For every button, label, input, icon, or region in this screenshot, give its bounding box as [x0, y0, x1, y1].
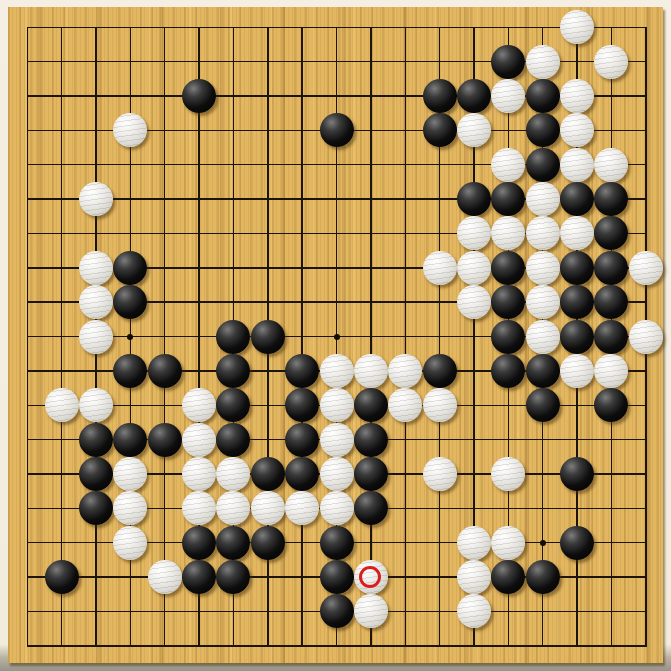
black-stone[interactable]: [251, 320, 285, 354]
black-stone[interactable]: [148, 423, 182, 457]
white-stone[interactable]: [182, 388, 216, 422]
black-stone[interactable]: [491, 320, 525, 354]
white-stone[interactable]: [251, 491, 285, 525]
white-stone[interactable]: [526, 320, 560, 354]
white-stone[interactable]: [320, 491, 354, 525]
white-stone[interactable]: [79, 285, 113, 319]
black-stone[interactable]: [526, 354, 560, 388]
white-stone[interactable]: [629, 320, 663, 354]
white-stone[interactable]: [594, 45, 628, 79]
black-stone[interactable]: [594, 182, 628, 216]
black-stone[interactable]: [216, 354, 250, 388]
white-stone[interactable]: [182, 491, 216, 525]
white-stone[interactable]: [113, 457, 147, 491]
white-stone[interactable]: [491, 148, 525, 182]
go-board[interactable]: [8, 7, 663, 663]
black-stone[interactable]: [113, 354, 147, 388]
black-stone[interactable]: [526, 560, 560, 594]
black-stone[interactable]: [251, 457, 285, 491]
white-stone[interactable]: [560, 216, 594, 250]
white-stone[interactable]: [113, 113, 147, 147]
black-stone[interactable]: [79, 423, 113, 457]
white-stone[interactable]: [320, 354, 354, 388]
white-stone[interactable]: [457, 285, 491, 319]
white-stone[interactable]: [491, 457, 525, 491]
white-stone[interactable]: [320, 457, 354, 491]
white-stone[interactable]: [79, 388, 113, 422]
black-stone[interactable]: [526, 388, 560, 422]
black-stone[interactable]: [45, 560, 79, 594]
black-stone[interactable]: [285, 354, 319, 388]
black-stone[interactable]: [113, 423, 147, 457]
white-stone[interactable]: [526, 216, 560, 250]
white-stone[interactable]: [526, 285, 560, 319]
black-stone[interactable]: [457, 182, 491, 216]
black-stone[interactable]: [320, 526, 354, 560]
black-stone[interactable]: [560, 457, 594, 491]
white-stone[interactable]: [560, 10, 594, 44]
white-stone[interactable]: [148, 560, 182, 594]
black-stone[interactable]: [423, 354, 457, 388]
black-stone[interactable]: [216, 526, 250, 560]
white-stone[interactable]: [526, 182, 560, 216]
black-stone[interactable]: [526, 79, 560, 113]
white-stone[interactable]: [457, 216, 491, 250]
black-stone[interactable]: [423, 79, 457, 113]
white-stone[interactable]: [285, 491, 319, 525]
black-stone[interactable]: [354, 457, 388, 491]
black-stone[interactable]: [182, 526, 216, 560]
white-stone[interactable]: [526, 45, 560, 79]
star-point: [540, 540, 546, 546]
black-stone[interactable]: [423, 113, 457, 147]
black-stone[interactable]: [182, 560, 216, 594]
white-stone[interactable]: [182, 457, 216, 491]
black-stone[interactable]: [148, 354, 182, 388]
white-stone[interactable]: [113, 491, 147, 525]
white-stone[interactable]: [45, 388, 79, 422]
white-stone[interactable]: [354, 354, 388, 388]
white-stone[interactable]: [457, 526, 491, 560]
black-stone[interactable]: [216, 560, 250, 594]
black-stone[interactable]: [560, 285, 594, 319]
black-stone[interactable]: [216, 388, 250, 422]
black-stone[interactable]: [320, 560, 354, 594]
last-move-marker: [359, 566, 381, 588]
white-stone[interactable]: [423, 388, 457, 422]
black-stone[interactable]: [113, 251, 147, 285]
black-stone[interactable]: [216, 423, 250, 457]
black-stone[interactable]: [354, 423, 388, 457]
black-stone[interactable]: [526, 148, 560, 182]
black-stone[interactable]: [491, 560, 525, 594]
white-stone[interactable]: [113, 526, 147, 560]
black-stone[interactable]: [251, 526, 285, 560]
white-stone[interactable]: [423, 251, 457, 285]
white-stone[interactable]: [457, 560, 491, 594]
white-stone[interactable]: [423, 457, 457, 491]
white-stone[interactable]: [457, 594, 491, 628]
black-stone[interactable]: [354, 491, 388, 525]
black-stone[interactable]: [491, 45, 525, 79]
white-stone[interactable]: [182, 423, 216, 457]
black-stone[interactable]: [79, 457, 113, 491]
white-stone[interactable]: [560, 354, 594, 388]
white-stone[interactable]: [79, 182, 113, 216]
black-stone[interactable]: [285, 457, 319, 491]
white-stone[interactable]: [491, 216, 525, 250]
black-stone[interactable]: [491, 285, 525, 319]
black-stone[interactable]: [182, 79, 216, 113]
white-stone[interactable]: [491, 526, 525, 560]
white-stone[interactable]: [629, 251, 663, 285]
black-stone[interactable]: [354, 388, 388, 422]
white-stone[interactable]: [560, 148, 594, 182]
board-gridline-vertical: [370, 27, 372, 647]
black-stone[interactable]: [491, 182, 525, 216]
black-stone[interactable]: [216, 320, 250, 354]
white-stone[interactable]: [457, 113, 491, 147]
black-stone[interactable]: [491, 354, 525, 388]
black-stone[interactable]: [79, 491, 113, 525]
white-stone[interactable]: [491, 79, 525, 113]
black-stone[interactable]: [457, 79, 491, 113]
star-point: [334, 334, 340, 340]
black-stone[interactable]: [594, 320, 628, 354]
white-stone[interactable]: [320, 388, 354, 422]
white-stone[interactable]: [79, 251, 113, 285]
black-stone[interactable]: [526, 113, 560, 147]
white-stone[interactable]: [594, 354, 628, 388]
white-stone[interactable]: [79, 320, 113, 354]
white-stone[interactable]: [594, 148, 628, 182]
white-stone[interactable]: [560, 113, 594, 147]
black-stone[interactable]: [560, 320, 594, 354]
black-stone[interactable]: [594, 216, 628, 250]
white-stone[interactable]: [216, 491, 250, 525]
black-stone[interactable]: [594, 388, 628, 422]
white-stone[interactable]: [354, 594, 388, 628]
white-stone[interactable]: [526, 251, 560, 285]
star-point: [127, 334, 133, 340]
black-stone[interactable]: [285, 388, 319, 422]
black-stone[interactable]: [285, 423, 319, 457]
black-stone[interactable]: [320, 594, 354, 628]
black-stone[interactable]: [491, 251, 525, 285]
board-gridline-vertical: [405, 27, 407, 647]
black-stone[interactable]: [594, 251, 628, 285]
go-app-window: [0, 0, 671, 671]
white-stone[interactable]: [388, 388, 422, 422]
white-stone[interactable]: [320, 423, 354, 457]
black-stone[interactable]: [320, 113, 354, 147]
white-stone[interactable]: [560, 79, 594, 113]
white-stone[interactable]: [457, 251, 491, 285]
white-stone[interactable]: [216, 457, 250, 491]
black-stone[interactable]: [560, 182, 594, 216]
board-gridline-horizontal: [27, 645, 647, 647]
white-stone[interactable]: [388, 354, 422, 388]
black-stone[interactable]: [594, 285, 628, 319]
black-stone[interactable]: [560, 526, 594, 560]
black-stone[interactable]: [113, 285, 147, 319]
black-stone[interactable]: [560, 251, 594, 285]
